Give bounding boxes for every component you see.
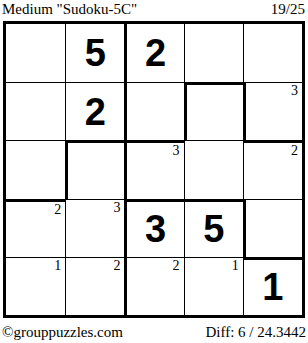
cell-r2c1[interactable] [65,140,124,198]
cell-r2c2[interactable]: 3 [124,140,183,198]
cell-r4c1[interactable]: 2 [65,257,124,315]
corner-mark: 1 [232,258,239,274]
sudoku-board: 522332233512211 [3,21,305,318]
cell-r0c4[interactable] [243,24,302,82]
given-digit: 3 [127,202,183,257]
cell-r1c0[interactable] [6,82,65,140]
corner-mark: 2 [291,143,298,159]
corner-mark: 3 [173,143,180,159]
cell-r1c4[interactable]: 3 [243,82,302,140]
cell-r0c1[interactable]: 5 [65,24,124,82]
cell-r2c3[interactable] [184,140,243,198]
cell-r3c3[interactable]: 5 [184,199,243,257]
given-digit: 5 [185,202,243,257]
cell-r2c4[interactable]: 2 [243,140,302,198]
puzzle-title: Medium "Sudoku-5C" [2,1,137,18]
corner-mark: 2 [173,258,180,274]
given-digit: 5 [66,24,124,82]
cell-r3c0[interactable]: 2 [6,199,65,257]
given-digit: 2 [66,83,124,140]
cell-r4c2[interactable]: 2 [124,257,183,315]
cell-r0c3[interactable] [184,24,243,82]
cell-r3c1[interactable]: 3 [65,199,124,257]
corner-mark: 2 [54,202,61,218]
cell-r0c2[interactable]: 2 [124,24,183,82]
cell-r4c0[interactable]: 1 [6,257,65,315]
difficulty-text: Diff: 6 / 24.3442 [205,324,306,341]
cell-r2c0[interactable] [6,140,65,198]
given-digit: 2 [127,24,183,82]
puzzle-counter: 19/25 [271,1,305,18]
cell-r0c0[interactable] [6,24,65,82]
cell-r1c2[interactable] [124,82,183,140]
cell-r4c3[interactable]: 1 [184,257,243,315]
corner-mark: 3 [113,200,120,216]
cell-r1c1[interactable]: 2 [65,82,124,140]
corner-mark: 2 [113,258,120,274]
corner-mark: 1 [54,258,61,274]
cell-r3c4[interactable] [243,199,302,257]
given-digit: 1 [244,260,302,315]
cell-r1c3[interactable] [184,82,243,140]
cell-r4c4[interactable]: 1 [243,257,302,315]
copyright-text: ©grouppuzzles.com [2,324,123,341]
cell-r3c2[interactable]: 3 [124,199,183,257]
corner-mark: 3 [291,83,298,99]
